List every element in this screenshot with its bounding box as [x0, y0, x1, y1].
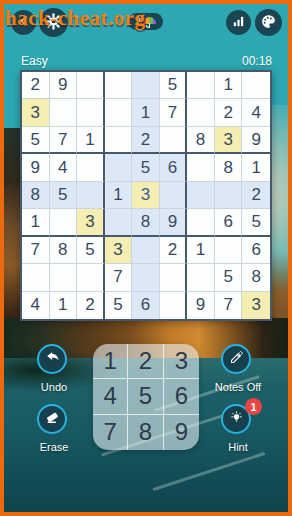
- erase-button[interactable]: [37, 404, 67, 434]
- cell-r7c3[interactable]: 5: [77, 237, 105, 264]
- cell-r7c2[interactable]: 8: [50, 237, 78, 264]
- numpad-9[interactable]: 9: [164, 415, 199, 450]
- cell-r2c9[interactable]: 4: [242, 99, 270, 126]
- cell-r9c4[interactable]: 5: [105, 292, 133, 319]
- cell-r6c5[interactable]: 8: [132, 209, 160, 236]
- cell-r6c6[interactable]: 9: [160, 209, 188, 236]
- cell-r4c4[interactable]: [105, 154, 133, 181]
- notes-button[interactable]: [221, 344, 251, 374]
- palette-icon: [260, 13, 277, 33]
- settings-button[interactable]: [39, 8, 68, 37]
- cell-r2c5[interactable]: 1: [132, 99, 160, 126]
- undo-label: Undo: [22, 381, 86, 393]
- cell-r2c8[interactable]: 2: [215, 99, 243, 126]
- cell-r5c7[interactable]: [187, 182, 215, 209]
- cell-r2c4[interactable]: [105, 99, 133, 126]
- cell-r7c4[interactable]: 3: [105, 237, 133, 264]
- cell-r5c1[interactable]: 8: [22, 182, 50, 209]
- cell-r2c1[interactable]: 3: [22, 99, 50, 126]
- cell-r3c9[interactable]: 9: [242, 127, 270, 154]
- cell-r6c7[interactable]: [187, 209, 215, 236]
- cell-r7c6[interactable]: 2: [160, 237, 188, 264]
- cell-r1c4[interactable]: [105, 72, 133, 99]
- cell-r3c5[interactable]: 2: [132, 127, 160, 154]
- cell-r2c2[interactable]: [50, 99, 78, 126]
- eraser-icon: [44, 409, 61, 429]
- app-screen: 2 Easy 00:18 2951317245: [0, 0, 292, 516]
- cell-r9c3[interactable]: 2: [77, 292, 105, 319]
- cell-r6c4[interactable]: [105, 209, 133, 236]
- cell-r8c3[interactable]: [77, 264, 105, 291]
- cell-r8c9[interactable]: 8: [242, 264, 270, 291]
- timer: 00:18: [242, 54, 272, 68]
- numpad-4[interactable]: 4: [93, 379, 128, 414]
- cell-r2c3[interactable]: [77, 99, 105, 126]
- cell-r4c3[interactable]: [77, 154, 105, 181]
- cell-r5c6[interactable]: [160, 182, 188, 209]
- cell-r4c5[interactable]: 5: [132, 154, 160, 181]
- back-button[interactable]: [11, 10, 36, 35]
- daily-challenge-pill[interactable]: 2: [128, 13, 163, 30]
- cell-r7c5[interactable]: [132, 237, 160, 264]
- theme-button[interactable]: [255, 9, 282, 36]
- hint-label: Hint: [206, 441, 270, 453]
- cell-r1c8[interactable]: 1: [215, 72, 243, 99]
- cell-r7c7[interactable]: 1: [187, 237, 215, 264]
- weather-count: 2: [135, 17, 141, 27]
- cell-r9c6[interactable]: [160, 292, 188, 319]
- numpad-1[interactable]: 1: [93, 344, 128, 379]
- cell-r7c9[interactable]: 6: [242, 237, 270, 264]
- cell-r4c6[interactable]: 6: [160, 154, 188, 181]
- numpad-5[interactable]: 5: [128, 379, 163, 414]
- cell-r6c8[interactable]: 6: [215, 209, 243, 236]
- numpad-3[interactable]: 3: [164, 344, 199, 379]
- undo-arrow-icon: [44, 349, 61, 369]
- cell-r1c3[interactable]: [77, 72, 105, 99]
- cell-r1c2[interactable]: 9: [50, 72, 78, 99]
- cell-r2c7[interactable]: [187, 99, 215, 126]
- stats-button[interactable]: [226, 10, 251, 35]
- cell-r3c6[interactable]: [160, 127, 188, 154]
- cell-r3c4[interactable]: [105, 127, 133, 154]
- cell-r7c8[interactable]: [215, 237, 243, 264]
- cell-r2c6[interactable]: 7: [160, 99, 188, 126]
- notes-label: Notes Off: [206, 381, 270, 393]
- erase-label: Erase: [22, 441, 86, 453]
- cell-r9c5[interactable]: 6: [132, 292, 160, 319]
- lightbulb-icon: [228, 409, 245, 429]
- cell-r5c4[interactable]: 1: [105, 182, 133, 209]
- umbrella-icon: [143, 15, 156, 28]
- gear-icon: [44, 12, 63, 34]
- cell-r3c2[interactable]: 7: [50, 127, 78, 154]
- cell-r1c7[interactable]: [187, 72, 215, 99]
- pencil-icon: [228, 349, 245, 369]
- cell-r8c5[interactable]: [132, 264, 160, 291]
- numpad-8[interactable]: 8: [128, 415, 163, 450]
- cell-r4c1[interactable]: 9: [22, 154, 50, 181]
- cell-r9c7[interactable]: 9: [187, 292, 215, 319]
- cell-r3c8[interactable]: 3: [215, 127, 243, 154]
- undo-button[interactable]: [37, 344, 67, 374]
- cell-r4c8[interactable]: 8: [215, 154, 243, 181]
- cell-r8c1[interactable]: [22, 264, 50, 291]
- sudoku-board: 2951317245712839945681851321389657853216…: [20, 70, 272, 321]
- cell-r3c1[interactable]: 5: [22, 127, 50, 154]
- cell-r5c3[interactable]: [77, 182, 105, 209]
- cell-r4c7[interactable]: [187, 154, 215, 181]
- cell-r8c8[interactable]: 5: [215, 264, 243, 291]
- back-icon: [17, 14, 31, 31]
- cell-r9c1[interactable]: 4: [22, 292, 50, 319]
- cell-r5c2[interactable]: 5: [50, 182, 78, 209]
- number-pad: 123456789: [93, 344, 199, 450]
- cell-r4c9[interactable]: 1: [242, 154, 270, 181]
- difficulty-label: Easy: [21, 54, 48, 68]
- numpad-7[interactable]: 7: [93, 415, 128, 450]
- cell-r5c8[interactable]: [215, 182, 243, 209]
- cell-r1c9[interactable]: [242, 72, 270, 99]
- cell-r1c6[interactable]: 5: [160, 72, 188, 99]
- cell-r7c1[interactable]: 7: [22, 237, 50, 264]
- cell-r5c9[interactable]: 2: [242, 182, 270, 209]
- cell-r8c7[interactable]: [187, 264, 215, 291]
- cell-r3c3[interactable]: 1: [77, 127, 105, 154]
- cell-r6c1[interactable]: 1: [22, 209, 50, 236]
- numpad-6[interactable]: 6: [164, 379, 199, 414]
- cell-r3c7[interactable]: 8: [187, 127, 215, 154]
- cell-r8c6[interactable]: [160, 264, 188, 291]
- cell-r5c5[interactable]: 3: [132, 182, 160, 209]
- cell-r8c4[interactable]: 7: [105, 264, 133, 291]
- cell-r9c8[interactable]: 7: [215, 292, 243, 319]
- numpad-2[interactable]: 2: [128, 344, 163, 379]
- cell-r1c5[interactable]: [132, 72, 160, 99]
- cell-r6c9[interactable]: 5: [242, 209, 270, 236]
- hint-badge: 1: [245, 398, 262, 415]
- cell-r9c9[interactable]: 3: [242, 292, 270, 319]
- cell-r1c1[interactable]: 2: [22, 72, 50, 99]
- cell-r4c2[interactable]: 4: [50, 154, 78, 181]
- cell-r8c2[interactable]: [50, 264, 78, 291]
- cell-r6c2[interactable]: [50, 209, 78, 236]
- stats-icon: [231, 14, 246, 32]
- cell-r6c3[interactable]: 3: [77, 209, 105, 236]
- cell-r9c2[interactable]: 1: [50, 292, 78, 319]
